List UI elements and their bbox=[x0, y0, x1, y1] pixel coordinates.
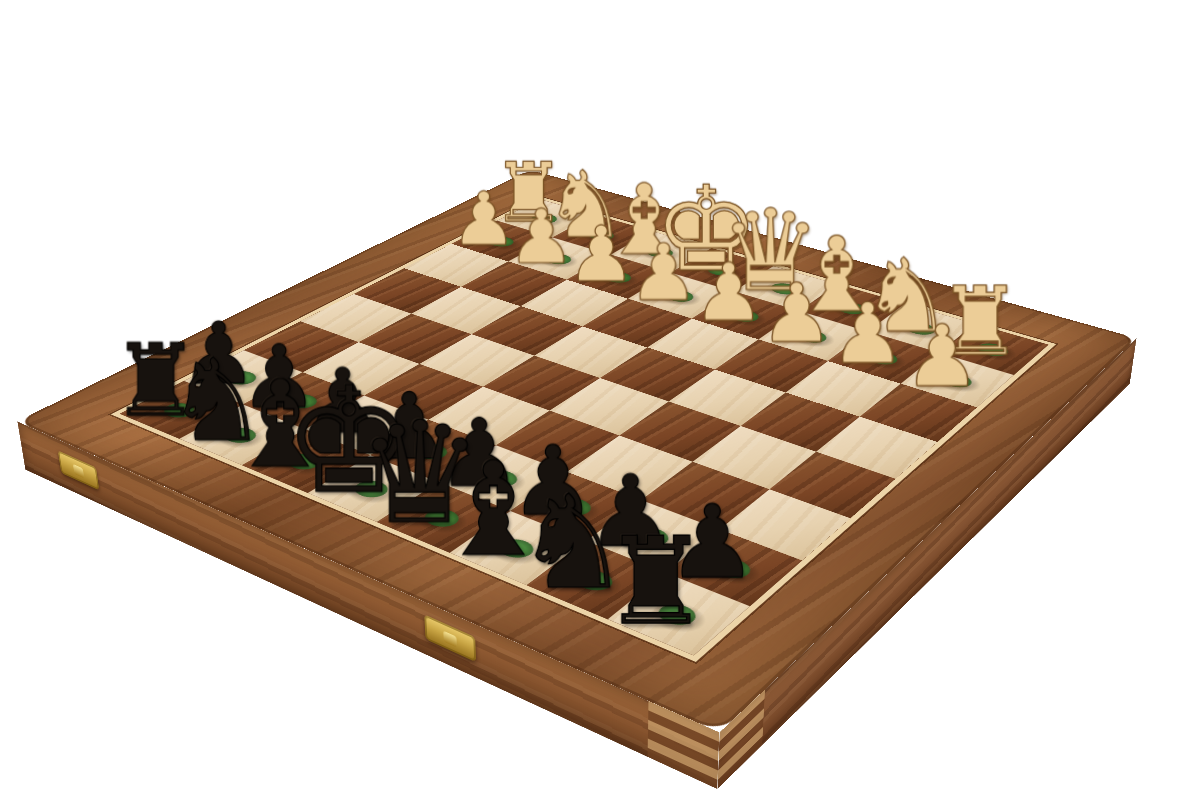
folding-chess-box: ♜♞♝♚♛♝♞♜♟♟♟♟♟♟♟♟♟♟♟♟♟♟♟♟♜♞♝♚♛♝♞♜ bbox=[17, 170, 1136, 733]
white-pawn: ♟ bbox=[903, 318, 979, 396]
white-pawn: ♟ bbox=[759, 276, 832, 351]
brass-clasp-knob bbox=[73, 463, 84, 478]
white-pawn: ♟ bbox=[507, 202, 574, 271]
white-pawn: ♟ bbox=[692, 256, 763, 329]
white-pawn: ♟ bbox=[628, 238, 698, 310]
white-pawn: ♟ bbox=[830, 296, 905, 373]
chessboard-scene: ♜♞♝♚♛♝♞♜♟♟♟♟♟♟♟♟♟♟♟♟♟♟♟♟♜♞♝♚♛♝♞♜ bbox=[0, 0, 1200, 800]
black-rook: ♜ bbox=[601, 527, 709, 638]
brass-clasp-knob bbox=[443, 630, 457, 647]
brass-clasp-left bbox=[58, 450, 100, 490]
board-top-face: ♜♞♝♚♛♝♞♜♟♟♟♟♟♟♟♟♟♟♟♟♟♟♟♟♜♞♝♚♛♝♞♜ bbox=[17, 170, 1136, 733]
brass-clasp-right bbox=[424, 614, 476, 662]
square bbox=[600, 347, 715, 401]
white-pawn: ♟ bbox=[566, 220, 635, 290]
photo-background: ♜♞♝♚♛♝♞♜♟♟♟♟♟♟♟♟♟♟♟♟♟♟♟♟♜♞♝♚♛♝♞♜ bbox=[0, 0, 1200, 800]
white-pawn: ♟ bbox=[450, 186, 516, 254]
